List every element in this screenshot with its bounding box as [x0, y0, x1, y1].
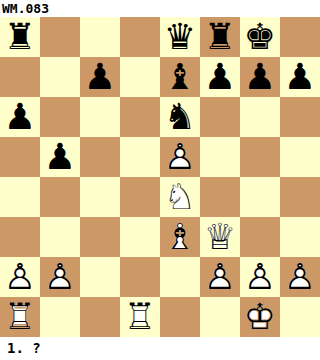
square-b7[interactable] — [40, 57, 80, 97]
square-g8[interactable]: ♚ — [240, 17, 280, 57]
square-b3[interactable] — [40, 217, 80, 257]
piece-white-king: ♔ — [240, 297, 280, 337]
square-d8[interactable] — [120, 17, 160, 57]
square-d5[interactable] — [120, 137, 160, 177]
piece-white-knight-fill: ♞ — [160, 177, 200, 217]
piece-white-pawn: ♙ — [160, 137, 200, 177]
square-a7[interactable] — [0, 57, 40, 97]
piece-black-king: ♚ — [240, 17, 280, 57]
piece-white-pawn: ♙ — [0, 257, 40, 297]
piece-white-pawn-fill: ♟ — [200, 257, 240, 297]
piece-white-pawn: ♙ — [280, 257, 320, 297]
piece-black-rook: ♜ — [200, 17, 240, 57]
square-d6[interactable] — [120, 97, 160, 137]
square-g1[interactable]: ♚♔ — [240, 297, 280, 337]
piece-black-pawn: ♟ — [280, 57, 320, 97]
square-f8[interactable]: ♜ — [200, 17, 240, 57]
square-a6[interactable]: ♟ — [0, 97, 40, 137]
square-a3[interactable] — [0, 217, 40, 257]
piece-white-knight: ♘ — [160, 177, 200, 217]
piece-white-bishop-fill: ♝ — [160, 217, 200, 257]
square-f1[interactable] — [200, 297, 240, 337]
square-f7[interactable]: ♟ — [200, 57, 240, 97]
piece-white-pawn-fill: ♟ — [240, 257, 280, 297]
chess-puzzle-app: WM.083 ♜♛♜♚♟♝♟♟♟♟♞♟♟♙♞♘♝♗♛♕♟♙♟♙♟♙♟♙♟♙♜♖♜… — [0, 0, 320, 360]
piece-black-pawn: ♟ — [240, 57, 280, 97]
square-a1[interactable]: ♜♖ — [0, 297, 40, 337]
square-f2[interactable]: ♟♙ — [200, 257, 240, 297]
square-e3[interactable]: ♝♗ — [160, 217, 200, 257]
square-b6[interactable] — [40, 97, 80, 137]
square-c8[interactable] — [80, 17, 120, 57]
square-d1[interactable]: ♜♖ — [120, 297, 160, 337]
square-b2[interactable]: ♟♙ — [40, 257, 80, 297]
piece-black-pawn: ♟ — [40, 137, 80, 177]
square-g3[interactable] — [240, 217, 280, 257]
square-f5[interactable] — [200, 137, 240, 177]
piece-white-pawn-fill: ♟ — [0, 257, 40, 297]
square-d2[interactable] — [120, 257, 160, 297]
piece-white-rook: ♖ — [0, 297, 40, 337]
piece-white-pawn: ♙ — [40, 257, 80, 297]
piece-white-king-fill: ♚ — [240, 297, 280, 337]
square-a8[interactable]: ♜ — [0, 17, 40, 57]
piece-black-rook: ♜ — [0, 17, 40, 57]
piece-white-queen: ♕ — [200, 217, 240, 257]
piece-black-bishop: ♝ — [160, 57, 200, 97]
square-h1[interactable] — [280, 297, 320, 337]
square-e8[interactable]: ♛ — [160, 17, 200, 57]
piece-white-rook-fill: ♜ — [0, 297, 40, 337]
piece-white-queen-fill: ♛ — [200, 217, 240, 257]
square-d7[interactable] — [120, 57, 160, 97]
square-e1[interactable] — [160, 297, 200, 337]
square-f3[interactable]: ♛♕ — [200, 217, 240, 257]
square-b1[interactable] — [40, 297, 80, 337]
square-h6[interactable] — [280, 97, 320, 137]
piece-white-rook-fill: ♜ — [120, 297, 160, 337]
square-e4[interactable]: ♞♘ — [160, 177, 200, 217]
piece-white-pawn-fill: ♟ — [160, 137, 200, 177]
square-d4[interactable] — [120, 177, 160, 217]
square-e5[interactable]: ♟♙ — [160, 137, 200, 177]
square-h8[interactable] — [280, 17, 320, 57]
square-h7[interactable]: ♟ — [280, 57, 320, 97]
piece-white-pawn: ♙ — [200, 257, 240, 297]
square-e7[interactable]: ♝ — [160, 57, 200, 97]
square-c6[interactable] — [80, 97, 120, 137]
square-d3[interactable] — [120, 217, 160, 257]
piece-black-knight: ♞ — [160, 97, 200, 137]
square-h4[interactable] — [280, 177, 320, 217]
square-b4[interactable] — [40, 177, 80, 217]
square-h2[interactable]: ♟♙ — [280, 257, 320, 297]
piece-white-rook: ♖ — [120, 297, 160, 337]
piece-white-pawn-fill: ♟ — [280, 257, 320, 297]
square-g7[interactable]: ♟ — [240, 57, 280, 97]
piece-white-bishop: ♗ — [160, 217, 200, 257]
square-h5[interactable] — [280, 137, 320, 177]
piece-black-pawn: ♟ — [80, 57, 120, 97]
square-f4[interactable] — [200, 177, 240, 217]
square-g4[interactable] — [240, 177, 280, 217]
puzzle-title: WM.083 — [0, 0, 320, 17]
piece-black-queen: ♛ — [160, 17, 200, 57]
piece-white-pawn: ♙ — [240, 257, 280, 297]
square-g6[interactable] — [240, 97, 280, 137]
square-a2[interactable]: ♟♙ — [0, 257, 40, 297]
square-c4[interactable] — [80, 177, 120, 217]
square-e2[interactable] — [160, 257, 200, 297]
square-a4[interactable] — [0, 177, 40, 217]
square-c3[interactable] — [80, 217, 120, 257]
square-g5[interactable] — [240, 137, 280, 177]
square-a5[interactable] — [0, 137, 40, 177]
chess-board: ♜♛♜♚♟♝♟♟♟♟♞♟♟♙♞♘♝♗♛♕♟♙♟♙♟♙♟♙♟♙♜♖♜♖♚♔ — [0, 17, 320, 337]
piece-black-pawn: ♟ — [200, 57, 240, 97]
square-b5[interactable]: ♟ — [40, 137, 80, 177]
square-c1[interactable] — [80, 297, 120, 337]
square-g2[interactable]: ♟♙ — [240, 257, 280, 297]
move-prompt: 1. ? — [0, 337, 320, 360]
piece-black-pawn: ♟ — [0, 97, 40, 137]
square-e6[interactable]: ♞ — [160, 97, 200, 137]
square-h3[interactable] — [280, 217, 320, 257]
square-c5[interactable] — [80, 137, 120, 177]
piece-white-pawn-fill: ♟ — [40, 257, 80, 297]
square-c2[interactable] — [80, 257, 120, 297]
square-f6[interactable] — [200, 97, 240, 137]
square-b8[interactable] — [40, 17, 80, 57]
square-c7[interactable]: ♟ — [80, 57, 120, 97]
